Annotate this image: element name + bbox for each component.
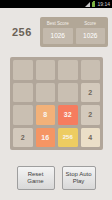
tile-2: 2 — [81, 105, 101, 125]
tile-32: 32 — [58, 105, 78, 125]
score-label: Score — [76, 20, 106, 27]
empty-cell — [58, 60, 78, 80]
empty-cell — [36, 83, 56, 103]
empty-cell — [13, 105, 33, 125]
score-box: Best Score 1026 Score 1026 — [40, 17, 108, 47]
header: 256 Best Score 1026 Score 1026 — [0, 8, 112, 55]
empty-cell — [13, 83, 33, 103]
signal-icon — [85, 2, 90, 7]
board-grid[interactable]: 283222162564 — [10, 57, 103, 150]
empty-cell — [58, 83, 78, 103]
empty-cell — [13, 60, 33, 80]
tile-16: 16 — [36, 128, 56, 148]
empty-cell — [81, 60, 101, 80]
tile-2: 2 — [13, 128, 33, 148]
score-value: 1026 — [76, 28, 106, 44]
tile-8: 8 — [36, 105, 56, 125]
empty-cell — [36, 60, 56, 80]
status-bar-clock: 19:14 — [97, 0, 110, 8]
best-score-label: Best Score — [43, 20, 73, 27]
controls-bar: Reset Game Stop Auto Play — [0, 165, 112, 191]
tile-256: 256 — [58, 128, 78, 148]
score-panel: Score 1026 — [76, 20, 106, 44]
stop-auto-play-button[interactable]: Stop Auto Play — [62, 166, 96, 190]
tile-4: 4 — [81, 128, 101, 148]
max-tile-indicator: 256 — [12, 26, 32, 38]
tile-2: 2 — [81, 83, 101, 103]
best-score-panel: Best Score 1026 — [43, 20, 73, 44]
status-bar: 19:14 — [0, 0, 112, 8]
best-score-value: 1026 — [43, 28, 73, 44]
reset-game-button[interactable]: Reset Game — [17, 166, 55, 190]
battery-icon — [92, 2, 95, 7]
